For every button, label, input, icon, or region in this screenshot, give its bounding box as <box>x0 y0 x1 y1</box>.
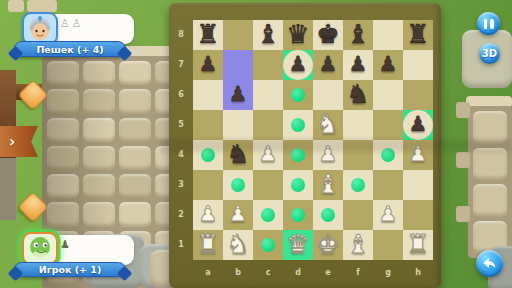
piece-black-king-e8[interactable]: ♚ <box>316 19 339 49</box>
piece-black-rook-h8[interactable]: ♜ <box>406 19 429 49</box>
bottom-player-avatar <box>22 232 58 265</box>
square-d7[interactable]: ♟ <box>283 50 313 80</box>
move-dot-f3[interactable] <box>351 178 365 192</box>
square-f1[interactable]: ♝ <box>343 230 373 260</box>
move-dot-d2[interactable] <box>291 208 305 222</box>
chevron-right-icon: › <box>9 133 15 151</box>
square-c2[interactable] <box>253 200 283 230</box>
piece-black-pawn-g7[interactable]: ♟ <box>379 49 398 79</box>
square-f8[interactable]: ♝ <box>343 20 373 50</box>
square-h7[interactable] <box>403 50 433 80</box>
square-h6[interactable] <box>403 80 433 110</box>
stone-pillar <box>468 106 512 258</box>
square-a2[interactable]: ♟ <box>193 200 223 230</box>
square-e7[interactable]: ♟ <box>313 50 343 80</box>
square-g7[interactable]: ♟ <box>373 50 403 80</box>
captured-black-pawn: ♟ <box>60 238 72 251</box>
bottom-player-name-banner: Игрок (+ 1) <box>14 262 126 277</box>
piece-white-king-e1[interactable]: ♚ <box>316 229 339 259</box>
battlement-block <box>8 0 24 12</box>
square-g6[interactable] <box>373 80 403 110</box>
square-h5[interactable]: ♟ <box>403 110 433 140</box>
file-label-f: f <box>343 260 373 286</box>
file-label-e: e <box>313 260 343 286</box>
square-d8[interactable]: ♛ <box>283 20 313 50</box>
square-d5[interactable] <box>283 110 313 140</box>
square-c5[interactable] <box>253 110 283 140</box>
diamond-marker <box>18 192 48 222</box>
pillar-tooth <box>456 152 470 168</box>
side-menu-flag-button[interactable]: › <box>0 126 38 157</box>
piece-black-bishop-f8[interactable]: ♝ <box>346 19 369 49</box>
square-f7[interactable]: ♟ <box>343 50 373 80</box>
file-labels: abcdefgh <box>193 260 433 286</box>
undo-arrow-icon <box>481 255 498 272</box>
move-dot-e2[interactable] <box>321 208 335 222</box>
piece-black-knight-f6[interactable]: ♞ <box>346 79 369 109</box>
rank-label-5: 5 <box>169 110 193 140</box>
rank-label-3: 3 <box>169 170 193 200</box>
square-e6[interactable] <box>313 80 343 110</box>
square-b7[interactable] <box>223 50 253 80</box>
square-a8[interactable]: ♜ <box>193 20 223 50</box>
move-dot-d6[interactable] <box>291 88 305 102</box>
piece-white-bishop-e3[interactable]: ♝ <box>316 169 339 199</box>
piece-white-pawn-b2[interactable]: ♟ <box>229 199 248 229</box>
square-d6[interactable] <box>283 80 313 110</box>
square-e1[interactable]: ♚ <box>313 230 343 260</box>
square-a5[interactable] <box>193 110 223 140</box>
rank-label-6: 6 <box>169 80 193 110</box>
rank-label-8: 8 <box>169 20 193 50</box>
view-3d-label: 3D <box>482 48 497 59</box>
square-g1[interactable] <box>373 230 403 260</box>
square-e8[interactable]: ♚ <box>313 20 343 50</box>
square-g5[interactable] <box>373 110 403 140</box>
piece-black-pawn-a7[interactable]: ♟ <box>199 49 218 79</box>
piece-white-rook-h1[interactable]: ♜ <box>406 229 429 259</box>
stone-strip <box>0 158 16 220</box>
move-dot-b3[interactable] <box>231 178 245 192</box>
square-a6[interactable] <box>193 80 223 110</box>
move-dot-c2[interactable] <box>261 208 275 222</box>
piece-white-knight-b1[interactable]: ♞ <box>226 229 249 259</box>
diamond-marker <box>18 80 48 110</box>
piece-black-queen-d8[interactable]: ♛ <box>286 19 309 49</box>
knight-character-icon <box>24 14 56 43</box>
move-dot-c1[interactable] <box>261 238 275 252</box>
square-h2[interactable] <box>403 200 433 230</box>
square-g2[interactable]: ♟ <box>373 200 403 230</box>
piece-black-pawn-d7[interactable]: ♟ <box>289 49 308 79</box>
square-a1[interactable]: ♜ <box>193 230 223 260</box>
square-c8[interactable]: ♝ <box>253 20 283 50</box>
pause-icon <box>484 19 494 29</box>
view-3d-button[interactable]: 3D <box>479 43 500 64</box>
file-label-b: b <box>223 260 253 286</box>
pillar-tooth <box>456 206 470 222</box>
square-e2[interactable] <box>313 200 343 230</box>
piece-black-pawn-b6[interactable]: ♟ <box>229 79 248 109</box>
file-label-h: h <box>403 260 433 286</box>
square-b6[interactable]: ♟ <box>223 80 253 110</box>
square-d2[interactable] <box>283 200 313 230</box>
captured-white-pawns: ♙♙ <box>60 17 84 30</box>
game-screen: › 87654321 ♜♝♛♚♝♜♟♟♟♟♟♟♞♞♟♞♟♟♟♝♟♟♟♜♞♛♚♝♜… <box>0 0 512 288</box>
rank-label-1: 1 <box>169 230 193 260</box>
top-player-name-banner: Пешек (+ 4) <box>14 41 126 57</box>
bottom-player-name: Игрок (+ 1) <box>39 264 102 275</box>
stone-block <box>473 148 507 181</box>
square-c1[interactable] <box>253 230 283 260</box>
move-dot-d3[interactable] <box>291 178 305 192</box>
square-b3[interactable] <box>223 170 253 200</box>
piece-white-pawn-g2[interactable]: ♟ <box>379 199 398 229</box>
square-f2[interactable] <box>343 200 373 230</box>
ambient-shadow <box>160 139 512 152</box>
stone-block <box>473 184 507 217</box>
piece-white-pawn-a2[interactable]: ♟ <box>199 199 218 229</box>
square-d3[interactable] <box>283 170 313 200</box>
piece-black-pawn-e7[interactable]: ♟ <box>319 49 338 79</box>
top-player-name: Пешек (+ 4) <box>36 44 103 55</box>
piece-white-knight-e5[interactable]: ♞ <box>316 109 339 139</box>
piece-black-pawn-h5[interactable]: ♟ <box>409 109 428 139</box>
square-c7[interactable] <box>253 50 283 80</box>
piece-black-bishop-c8[interactable]: ♝ <box>256 19 279 49</box>
square-b1[interactable]: ♞ <box>223 230 253 260</box>
file-label-d: d <box>283 260 313 286</box>
undo-button[interactable] <box>476 250 503 277</box>
square-b5[interactable] <box>223 110 253 140</box>
rank-label-2: 2 <box>169 200 193 230</box>
piece-white-queen-d1[interactable]: ♛ <box>286 229 309 259</box>
battlement-block <box>27 0 57 12</box>
square-c3[interactable] <box>253 170 283 200</box>
piece-black-pawn-f7[interactable]: ♟ <box>349 49 368 79</box>
square-d1[interactable]: ♛ <box>283 230 313 260</box>
square-c6[interactable] <box>253 80 283 110</box>
move-dot-d5[interactable] <box>291 118 305 132</box>
square-g8[interactable] <box>373 20 403 50</box>
square-h3[interactable] <box>403 170 433 200</box>
pillar-tooth <box>456 102 470 118</box>
square-e5[interactable]: ♞ <box>313 110 343 140</box>
file-label-g: g <box>373 260 403 286</box>
square-a7[interactable]: ♟ <box>193 50 223 80</box>
piece-black-rook-a8[interactable]: ♜ <box>196 19 219 49</box>
file-label-c: c <box>253 260 283 286</box>
square-a3[interactable] <box>193 170 223 200</box>
square-b2[interactable]: ♟ <box>223 200 253 230</box>
square-h8[interactable]: ♜ <box>403 20 433 50</box>
rank-label-7: 7 <box>169 50 193 80</box>
pause-button[interactable] <box>477 12 500 35</box>
file-label-a: a <box>193 260 223 286</box>
piece-white-rook-a1[interactable]: ♜ <box>196 229 219 259</box>
square-e3[interactable]: ♝ <box>313 170 343 200</box>
square-f5[interactable] <box>343 110 373 140</box>
square-h1[interactable]: ♜ <box>403 230 433 260</box>
square-f6[interactable]: ♞ <box>343 80 373 110</box>
square-f3[interactable] <box>343 170 373 200</box>
dino-character-icon <box>24 234 56 263</box>
piece-white-bishop-f1[interactable]: ♝ <box>346 229 369 259</box>
square-b8[interactable] <box>223 20 253 50</box>
square-g3[interactable] <box>373 170 403 200</box>
